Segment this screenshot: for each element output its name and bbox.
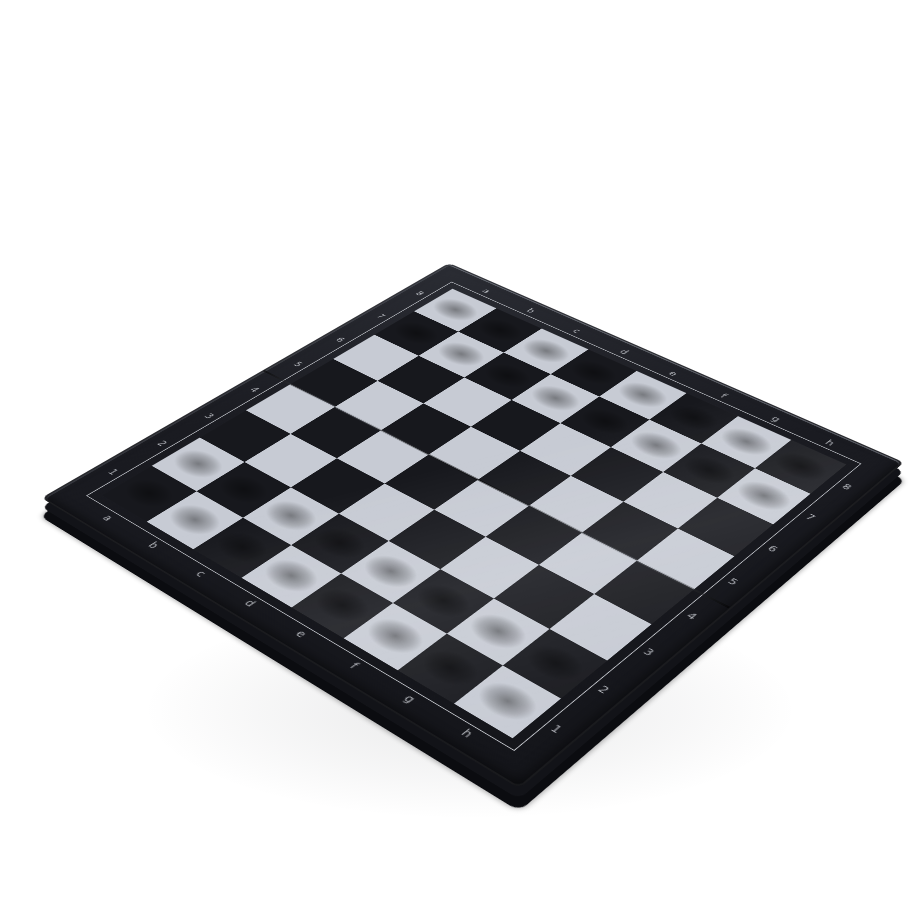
black-pawn-glyph: ♟ [720, 406, 809, 505]
white-rook-glyph: ♜ [450, 583, 566, 712]
scene: aabbccddeeffgghh8877665544332211♜♞♝♛♚♝♞♜… [0, 0, 912, 912]
chess-board: aabbccddeeffgghh8877665544332211♜♞♝♛♚♝♞♜… [41, 263, 904, 789]
